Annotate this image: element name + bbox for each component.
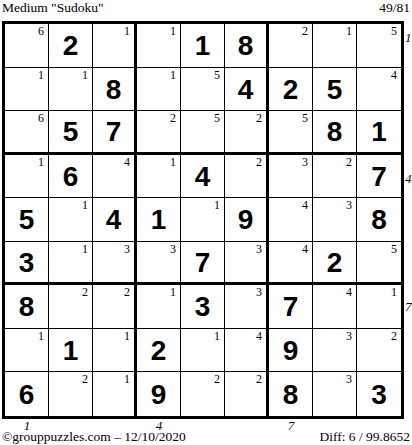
- pencil-mark: 3: [346, 330, 352, 342]
- pencil-mark: 1: [170, 156, 176, 168]
- cell-value: 5: [19, 204, 35, 234]
- pencil-mark: 5: [302, 112, 308, 124]
- cell-r5c1[interactable]: 5: [5, 198, 49, 242]
- pencil-mark: 1: [82, 69, 88, 81]
- cell-r8c2[interactable]: 1: [49, 329, 93, 373]
- cell-value: 1: [371, 116, 387, 146]
- cell-r3c9[interactable]: 1: [357, 111, 401, 155]
- cell-r7c2[interactable]: 2: [49, 285, 93, 329]
- cell-r6c3[interactable]: 3: [93, 242, 137, 286]
- pencil-mark: 1: [214, 199, 220, 211]
- cell-r2c2[interactable]: 1: [49, 68, 93, 112]
- cell-r7c3[interactable]: 2: [93, 285, 137, 329]
- cell-r6c4[interactable]: 3: [137, 242, 181, 286]
- cell-r1c1[interactable]: 6: [5, 24, 49, 68]
- cell-r3c8[interactable]: 8: [313, 111, 357, 155]
- cell-r8c4[interactable]: 2: [137, 329, 181, 373]
- cell-r4c1[interactable]: 1: [5, 155, 49, 199]
- cell-r4c5[interactable]: 4: [181, 155, 225, 199]
- cell-r8c6[interactable]: 4: [225, 329, 269, 373]
- cell-r7c4[interactable]: 1: [137, 285, 181, 329]
- cell-r9c8[interactable]: 3: [313, 372, 357, 416]
- puzzle-page: Medium "Sudoku" 49/81 621118215118154254…: [0, 0, 412, 445]
- pencil-mark: 1: [38, 69, 44, 81]
- pencil-mark: 5: [214, 69, 220, 81]
- cell-r3c5[interactable]: 5: [181, 111, 225, 155]
- cell-value: 4: [238, 74, 254, 104]
- pencil-mark: 2: [214, 373, 220, 385]
- pencil-mark: 3: [256, 286, 262, 298]
- cell-r4c3[interactable]: 4: [93, 155, 137, 199]
- cell-r6c6[interactable]: 3: [225, 242, 269, 286]
- cell-value: 3: [19, 247, 35, 277]
- cell-r9c7[interactable]: 8: [269, 372, 313, 416]
- pencil-mark: 2: [256, 112, 262, 124]
- pencil-mark: 5: [214, 112, 220, 124]
- pencil-mark: 3: [346, 373, 352, 385]
- cell-r1c3[interactable]: 1: [93, 24, 137, 68]
- cell-value: 7: [195, 247, 211, 277]
- cell-value: 2: [283, 74, 299, 104]
- pencil-mark: 1: [38, 330, 44, 342]
- pencil-mark: 6: [38, 25, 44, 37]
- cell-value: 8: [371, 204, 387, 234]
- cell-r2c6[interactable]: 4: [225, 68, 269, 112]
- cell-r1c9[interactable]: 5: [357, 24, 401, 68]
- pencil-mark: 1: [124, 373, 130, 385]
- pencil-mark: 2: [302, 25, 308, 37]
- pencil-mark: 1: [170, 69, 176, 81]
- pencil-mark: 4: [256, 330, 262, 342]
- cell-value: 8: [283, 379, 299, 409]
- cell-value: 1: [195, 30, 211, 60]
- cell-value: 5: [63, 116, 79, 146]
- pencil-mark: 1: [346, 25, 352, 37]
- cell-r4c2[interactable]: 6: [49, 155, 93, 199]
- cell-r4c9[interactable]: 7: [357, 155, 401, 199]
- cell-r9c4[interactable]: 9: [137, 372, 181, 416]
- row-label-4: 4: [405, 172, 412, 185]
- pencil-mark: 2: [256, 373, 262, 385]
- cell-value: 6: [63, 161, 79, 191]
- cell-r8c8[interactable]: 3: [313, 329, 357, 373]
- cell-value: 7: [106, 116, 122, 146]
- cell-r3c6[interactable]: 2: [225, 111, 269, 155]
- cell-r5c5[interactable]: 1: [181, 198, 225, 242]
- cell-r8c1[interactable]: 1: [5, 329, 49, 373]
- cell-r5c8[interactable]: 3: [313, 198, 357, 242]
- cell-r8c9[interactable]: 2: [357, 329, 401, 373]
- cell-r2c4[interactable]: 1: [137, 68, 181, 112]
- cell-r6c5[interactable]: 7: [181, 242, 225, 286]
- cell-value: 5: [327, 74, 343, 104]
- cell-value: 3: [195, 291, 211, 321]
- pencil-mark: 4: [124, 156, 130, 168]
- pencil-mark: 4: [302, 199, 308, 211]
- cell-r9c9[interactable]: 3: [357, 372, 401, 416]
- pencil-mark: 3: [124, 243, 130, 255]
- pencil-mark: 1: [170, 286, 176, 298]
- pencil-mark: 6: [38, 112, 44, 124]
- cell-value: 2: [63, 30, 79, 60]
- cell-r9c5[interactable]: 2: [181, 372, 225, 416]
- cell-value: 1: [151, 204, 167, 234]
- cell-r2c8[interactable]: 5: [313, 68, 357, 112]
- cell-r5c2[interactable]: 1: [49, 198, 93, 242]
- cell-r8c7[interactable]: 9: [269, 329, 313, 373]
- pencil-mark: 2: [170, 112, 176, 124]
- cell-r1c5[interactable]: 1: [181, 24, 225, 68]
- header: Medium "Sudoku" 49/81: [2, 0, 410, 16]
- footer: ©grouppuzzles.com – 12/10/2020 Diff: 6 /…: [2, 429, 410, 444]
- pencil-mark: 3: [302, 156, 308, 168]
- page-title: Medium "Sudoku": [2, 0, 103, 16]
- cell-value: 2: [327, 247, 343, 277]
- cell-r1c7[interactable]: 2: [269, 24, 313, 68]
- cell-r6c8[interactable]: 2: [313, 242, 357, 286]
- cell-r3c4[interactable]: 2: [137, 111, 181, 155]
- cell-r5c4[interactable]: 1: [137, 198, 181, 242]
- cell-r9c6[interactable]: 2: [225, 372, 269, 416]
- cell-r6c2[interactable]: 1: [49, 242, 93, 286]
- cell-r9c3[interactable]: 1: [93, 372, 137, 416]
- pencil-mark: 3: [256, 243, 262, 255]
- pencil-mark: 2: [82, 286, 88, 298]
- progress-counter: 49/81: [379, 0, 410, 16]
- cell-r3c1[interactable]: 6: [5, 111, 49, 155]
- row-label-1: 1: [405, 31, 412, 44]
- pencil-mark: 1: [391, 286, 397, 298]
- cell-value: 9: [283, 335, 299, 365]
- cell-r2c7[interactable]: 2: [269, 68, 313, 112]
- cell-r6c7[interactable]: 4: [269, 242, 313, 286]
- pencil-mark: 4: [346, 286, 352, 298]
- cell-r5c6[interactable]: 9: [225, 198, 269, 242]
- cell-r4c4[interactable]: 1: [137, 155, 181, 199]
- cell-r1c8[interactable]: 1: [313, 24, 357, 68]
- cell-r5c7[interactable]: 4: [269, 198, 313, 242]
- cell-value: 4: [106, 204, 122, 234]
- row-label-7: 7: [405, 300, 412, 313]
- pencil-mark: 4: [391, 69, 397, 81]
- pencil-mark: 1: [82, 199, 88, 211]
- pencil-mark: 1: [124, 330, 130, 342]
- cell-r7c5[interactable]: 3: [181, 285, 225, 329]
- cell-r6c1[interactable]: 3: [5, 242, 49, 286]
- cell-value: 9: [238, 204, 254, 234]
- cell-r7c8[interactable]: 4: [313, 285, 357, 329]
- cell-r3c7[interactable]: 5: [269, 111, 313, 155]
- sudoku-board: 6211182151181542546572525811641423275141…: [2, 21, 404, 419]
- pencil-mark: 3: [170, 243, 176, 255]
- cell-r7c9[interactable]: 1: [357, 285, 401, 329]
- pencil-mark: 5: [391, 243, 397, 255]
- cell-r5c9[interactable]: 8: [357, 198, 401, 242]
- cell-r8c5[interactable]: 1: [181, 329, 225, 373]
- cell-r2c9[interactable]: 4: [357, 68, 401, 112]
- pencil-mark: 4: [302, 243, 308, 255]
- cell-r2c5[interactable]: 5: [181, 68, 225, 112]
- pencil-mark: 3: [346, 199, 352, 211]
- cell-value: 2: [151, 335, 167, 365]
- cell-r5c3[interactable]: 4: [93, 198, 137, 242]
- cell-r7c7[interactable]: 7: [269, 285, 313, 329]
- pencil-mark: 1: [124, 25, 130, 37]
- cell-r6c9[interactable]: 5: [357, 242, 401, 286]
- cell-value: 8: [238, 30, 254, 60]
- pencil-mark: 1: [214, 330, 220, 342]
- cell-value: 1: [63, 335, 79, 365]
- pencil-mark: 2: [391, 330, 397, 342]
- pencil-mark: 1: [82, 243, 88, 255]
- cell-value: 7: [283, 291, 299, 321]
- pencil-mark: 1: [170, 25, 176, 37]
- cell-value: 3: [371, 379, 387, 409]
- pencil-mark: 2: [124, 286, 130, 298]
- cell-r7c1[interactable]: 8: [5, 285, 49, 329]
- pencil-mark: 5: [391, 25, 397, 37]
- cell-value: 8: [19, 291, 35, 321]
- cell-r4c8[interactable]: 2: [313, 155, 357, 199]
- cell-r9c1[interactable]: 6: [5, 372, 49, 416]
- cell-r2c3[interactable]: 8: [93, 68, 137, 112]
- cell-r3c3[interactable]: 7: [93, 111, 137, 155]
- cell-r7c6[interactable]: 3: [225, 285, 269, 329]
- cell-value: 8: [327, 116, 343, 146]
- cell-value: 9: [151, 379, 167, 409]
- cell-r4c6[interactable]: 2: [225, 155, 269, 199]
- cell-r3c2[interactable]: 5: [49, 111, 93, 155]
- pencil-mark: 1: [38, 156, 44, 168]
- cell-value: 4: [195, 161, 211, 191]
- cell-r9c2[interactable]: 2: [49, 372, 93, 416]
- cell-r4c7[interactable]: 3: [269, 155, 313, 199]
- footer-difficulty: Diff: 6 / 99.8652: [320, 429, 411, 444]
- cell-value: 8: [106, 74, 122, 104]
- footer-copyright: ©grouppuzzles.com – 12/10/2020: [2, 429, 186, 444]
- pencil-mark: 2: [82, 373, 88, 385]
- pencil-mark: 2: [346, 156, 352, 168]
- cell-r2c1[interactable]: 1: [5, 68, 49, 112]
- cell-r8c3[interactable]: 1: [93, 329, 137, 373]
- cell-value: 7: [371, 161, 387, 191]
- cell-value: 6: [19, 379, 35, 409]
- pencil-mark: 2: [256, 156, 262, 168]
- cell-r1c6[interactable]: 8: [225, 24, 269, 68]
- cell-r1c4[interactable]: 1: [137, 24, 181, 68]
- cell-r1c2[interactable]: 2: [49, 24, 93, 68]
